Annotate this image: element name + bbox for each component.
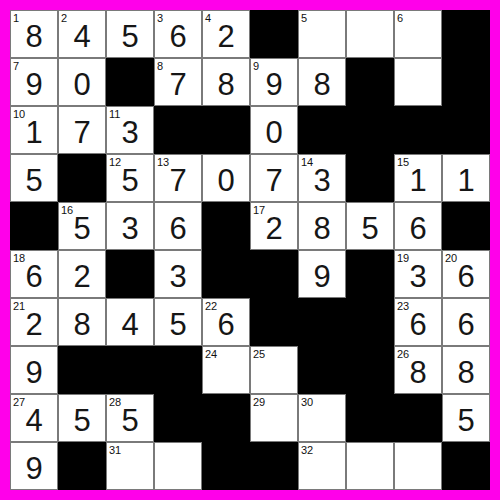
black-cell xyxy=(394,106,442,154)
cell-digit: 8 xyxy=(299,65,345,105)
grid-cell-r7c4[interactable]: 5 xyxy=(154,298,202,346)
grid-cell-r1c3[interactable]: 5 xyxy=(106,10,154,58)
grid-cell-r10c9[interactable] xyxy=(394,442,442,490)
cell-digit: 8 xyxy=(59,305,105,345)
grid-cell-r2c2[interactable]: 0 xyxy=(58,58,106,106)
grid-cell-r4c1[interactable]: 5 xyxy=(10,154,58,202)
cell-digit: 5 xyxy=(107,401,153,441)
black-cell xyxy=(346,298,394,346)
grid-cell-r5c2[interactable]: 165 xyxy=(58,202,106,250)
crossnumber-board: 1824536425679087899810171130512513707143… xyxy=(10,10,490,490)
grid-cell-r9c10[interactable]: 5 xyxy=(442,394,490,442)
grid-cell-r1c1[interactable]: 18 xyxy=(10,10,58,58)
grid-cell-r6c2[interactable]: 2 xyxy=(58,250,106,298)
grid-cell-r8c5[interactable]: 24 xyxy=(202,346,250,394)
cell-digit: 5 xyxy=(59,209,105,249)
grid-cell-r6c1[interactable]: 186 xyxy=(10,250,58,298)
cell-digit: 6 xyxy=(443,305,489,345)
black-cell xyxy=(58,154,106,202)
grid-cell-r5c9[interactable]: 6 xyxy=(394,202,442,250)
cell-digit: 0 xyxy=(203,161,249,201)
cell-digit: 2 xyxy=(203,17,249,57)
black-cell xyxy=(442,58,490,106)
cell-digit: 2 xyxy=(251,209,297,249)
grid-cell-r7c5[interactable]: 226 xyxy=(202,298,250,346)
grid-cell-r1c8[interactable] xyxy=(346,10,394,58)
black-cell xyxy=(442,10,490,58)
grid-cell-r9c1[interactable]: 274 xyxy=(10,394,58,442)
black-cell xyxy=(202,394,250,442)
black-cell xyxy=(394,394,442,442)
black-cell xyxy=(202,250,250,298)
grid-cell-r3c2[interactable]: 7 xyxy=(58,106,106,154)
black-cell xyxy=(298,106,346,154)
black-cell xyxy=(298,346,346,394)
black-cell xyxy=(154,346,202,394)
black-cell xyxy=(250,442,298,490)
black-cell xyxy=(442,202,490,250)
grid-cell-r1c7[interactable]: 5 xyxy=(298,10,346,58)
cell-digit: 6 xyxy=(11,257,57,297)
black-cell xyxy=(346,346,394,394)
grid-cell-r7c2[interactable]: 8 xyxy=(58,298,106,346)
grid-cell-r4c10[interactable]: 1 xyxy=(442,154,490,202)
cell-digit: 6 xyxy=(155,209,201,249)
grid-cell-r8c1[interactable]: 9 xyxy=(10,346,58,394)
cell-digit: 4 xyxy=(11,401,57,441)
grid-cell-r6c9[interactable]: 193 xyxy=(394,250,442,298)
cell-digit: 5 xyxy=(107,17,153,57)
cell-digit: 4 xyxy=(59,17,105,57)
cell-digit: 5 xyxy=(155,305,201,345)
clue-number: 29 xyxy=(253,395,265,409)
grid-cell-r3c3[interactable]: 113 xyxy=(106,106,154,154)
grid-cell-r2c4[interactable]: 87 xyxy=(154,58,202,106)
grid-cell-r1c9[interactable]: 6 xyxy=(394,10,442,58)
grid-cell-r3c6[interactable]: 0 xyxy=(250,106,298,154)
cell-digit: 3 xyxy=(155,257,201,297)
grid-cell-r5c8[interactable]: 5 xyxy=(346,202,394,250)
black-cell xyxy=(442,442,490,490)
grid-cell-r5c7[interactable]: 8 xyxy=(298,202,346,250)
grid-cell-r2c5[interactable]: 8 xyxy=(202,58,250,106)
cell-digit: 2 xyxy=(59,257,105,297)
black-cell xyxy=(346,394,394,442)
cell-digit: 5 xyxy=(107,161,153,201)
black-cell xyxy=(106,250,154,298)
cell-digit: 7 xyxy=(155,65,201,105)
cell-digit: 8 xyxy=(203,65,249,105)
cell-digit: 0 xyxy=(251,113,297,153)
grid-cell-r7c9[interactable]: 236 xyxy=(394,298,442,346)
black-cell xyxy=(442,106,490,154)
grid-cell-r1c5[interactable]: 42 xyxy=(202,10,250,58)
clue-number: 6 xyxy=(397,11,403,25)
cell-digit: 6 xyxy=(155,17,201,57)
cell-digit: 5 xyxy=(347,209,393,249)
grid-cell-r9c3[interactable]: 285 xyxy=(106,394,154,442)
black-cell xyxy=(202,202,250,250)
grid-cell-r10c4[interactable] xyxy=(154,442,202,490)
cell-digit: 8 xyxy=(443,353,489,393)
black-cell xyxy=(58,346,106,394)
grid-cell-r4c7[interactable]: 143 xyxy=(298,154,346,202)
grid-cell-r6c7[interactable]: 9 xyxy=(298,250,346,298)
cell-digit: 0 xyxy=(59,65,105,105)
grid-cell-r10c8[interactable] xyxy=(346,442,394,490)
grid-cell-r5c6[interactable]: 172 xyxy=(250,202,298,250)
grid-cell-r10c7[interactable]: 32 xyxy=(298,442,346,490)
clue-number: 24 xyxy=(205,347,217,361)
grid-cell-r2c7[interactable]: 8 xyxy=(298,58,346,106)
black-cell xyxy=(250,298,298,346)
cell-digit: 7 xyxy=(59,113,105,153)
cell-digit: 2 xyxy=(11,305,57,345)
clue-number: 32 xyxy=(301,443,313,457)
grid-cell-r4c4[interactable]: 137 xyxy=(154,154,202,202)
black-cell xyxy=(10,202,58,250)
cell-digit: 1 xyxy=(395,161,441,201)
cell-digit: 8 xyxy=(395,353,441,393)
cell-digit: 3 xyxy=(107,209,153,249)
cell-digit: 3 xyxy=(107,113,153,153)
grid-cell-r8c9[interactable]: 268 xyxy=(394,346,442,394)
cell-digit: 8 xyxy=(11,17,57,57)
cell-digit: 3 xyxy=(299,161,345,201)
grid-cell-r3c1[interactable]: 101 xyxy=(10,106,58,154)
cell-digit: 5 xyxy=(11,161,57,201)
grid-cell-r5c4[interactable]: 6 xyxy=(154,202,202,250)
cell-digit: 9 xyxy=(11,65,57,105)
grid-cell-r1c4[interactable]: 36 xyxy=(154,10,202,58)
black-cell xyxy=(106,346,154,394)
cell-digit: 5 xyxy=(443,401,489,441)
grid-cell-r10c1[interactable]: 9 xyxy=(10,442,58,490)
clue-number: 30 xyxy=(301,395,313,409)
grid-cell-r8c10[interactable]: 8 xyxy=(442,346,490,394)
cell-digit: 8 xyxy=(299,209,345,249)
board-frame: 1824536425679087899810171130512513707143… xyxy=(0,0,500,500)
black-cell xyxy=(58,442,106,490)
cell-digit: 6 xyxy=(443,257,489,297)
grid-cell-r2c6[interactable]: 99 xyxy=(250,58,298,106)
cell-digit: 1 xyxy=(11,113,57,153)
grid-cell-r9c7[interactable]: 30 xyxy=(298,394,346,442)
black-cell xyxy=(106,58,154,106)
black-cell xyxy=(346,58,394,106)
grid-cell-r8c6[interactable]: 25 xyxy=(250,346,298,394)
grid-cell-r4c5[interactable]: 0 xyxy=(202,154,250,202)
cell-digit: 6 xyxy=(203,305,249,345)
cell-digit: 1 xyxy=(443,161,489,201)
black-cell xyxy=(346,154,394,202)
cell-digit: 9 xyxy=(251,65,297,105)
black-cell xyxy=(250,10,298,58)
grid-cell-r4c3[interactable]: 125 xyxy=(106,154,154,202)
grid-cell-r7c1[interactable]: 212 xyxy=(10,298,58,346)
grid-cell-r7c10[interactable]: 6 xyxy=(442,298,490,346)
grid-cell-r9c2[interactable]: 5 xyxy=(58,394,106,442)
black-cell xyxy=(346,106,394,154)
grid-cell-r10c3[interactable]: 31 xyxy=(106,442,154,490)
cell-digit: 6 xyxy=(395,209,441,249)
grid-cell-r6c4[interactable]: 3 xyxy=(154,250,202,298)
grid-cell-r2c9[interactable] xyxy=(394,58,442,106)
clue-number: 25 xyxy=(253,347,265,361)
cell-digit: 7 xyxy=(251,161,297,201)
grid-cell-r9c6[interactable]: 29 xyxy=(250,394,298,442)
black-cell xyxy=(154,394,202,442)
grid-cell-r1c2[interactable]: 24 xyxy=(58,10,106,58)
cell-digit: 3 xyxy=(395,257,441,297)
cell-digit: 6 xyxy=(395,305,441,345)
cell-digit: 9 xyxy=(11,449,57,489)
grid-cell-r5c3[interactable]: 3 xyxy=(106,202,154,250)
cell-digit: 9 xyxy=(11,353,57,393)
grid-cell-r2c1[interactable]: 79 xyxy=(10,58,58,106)
clue-number: 31 xyxy=(109,443,121,457)
grid-cell-r6c10[interactable]: 206 xyxy=(442,250,490,298)
grid-cell-r4c6[interactable]: 7 xyxy=(250,154,298,202)
cell-digit: 5 xyxy=(59,401,105,441)
grid-cell-r4c9[interactable]: 151 xyxy=(394,154,442,202)
black-cell xyxy=(346,250,394,298)
black-cell xyxy=(202,106,250,154)
grid-cell-r7c3[interactable]: 4 xyxy=(106,298,154,346)
cell-digit: 4 xyxy=(107,305,153,345)
clue-number: 5 xyxy=(301,11,307,25)
black-cell xyxy=(154,106,202,154)
black-cell xyxy=(250,250,298,298)
black-cell xyxy=(298,298,346,346)
cell-digit: 7 xyxy=(155,161,201,201)
black-cell xyxy=(202,442,250,490)
cell-digit: 9 xyxy=(299,257,345,297)
